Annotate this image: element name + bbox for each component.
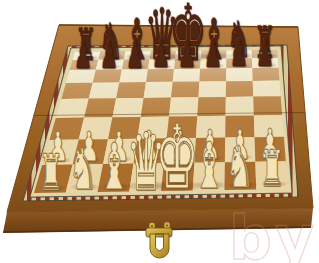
- chess-board: [0, 0, 319, 263]
- chessboard-product-photo: ♜♞♝♛♚♝♞♜♟♟♟♟♟♟♟♟♟♟♟♟♟♟♟♟♜♞♝♛♚♝♞♜ by: [0, 0, 319, 263]
